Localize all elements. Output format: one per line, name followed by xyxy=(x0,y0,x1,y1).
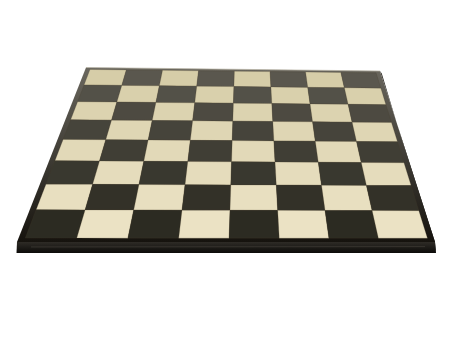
square-h1 xyxy=(372,211,427,239)
square-f8 xyxy=(270,72,308,88)
square-b2 xyxy=(85,184,139,210)
square-d5 xyxy=(190,121,233,141)
square-e8 xyxy=(234,71,271,87)
square-b1 xyxy=(77,210,134,238)
square-h4 xyxy=(357,141,404,162)
square-d1 xyxy=(179,210,230,238)
board-front-edge xyxy=(17,242,437,253)
square-h2 xyxy=(366,185,418,210)
square-g8 xyxy=(306,72,345,88)
square-b4 xyxy=(99,140,148,162)
square-d3 xyxy=(185,162,232,185)
product-photo xyxy=(0,0,450,338)
square-e6 xyxy=(233,103,273,121)
square-c6 xyxy=(152,102,195,120)
square-e2 xyxy=(230,185,278,210)
square-g7 xyxy=(308,87,348,104)
square-e7 xyxy=(233,87,271,104)
squares xyxy=(25,69,427,238)
square-e5 xyxy=(232,121,274,141)
square-f3 xyxy=(275,162,321,185)
square-f1 xyxy=(278,210,329,238)
square-c1 xyxy=(128,210,182,238)
square-a1 xyxy=(25,210,85,238)
square-a7 xyxy=(78,85,122,102)
square-c7 xyxy=(156,86,197,103)
square-a6 xyxy=(71,102,117,120)
square-g6 xyxy=(310,104,352,122)
square-h5 xyxy=(352,122,397,142)
square-h3 xyxy=(361,163,411,186)
square-e1 xyxy=(229,210,279,238)
square-a3 xyxy=(46,161,100,185)
square-a5 xyxy=(63,120,111,140)
square-b6 xyxy=(112,102,156,120)
square-b5 xyxy=(106,120,152,140)
square-d2 xyxy=(182,185,231,211)
square-h7 xyxy=(344,88,386,105)
square-d7 xyxy=(195,86,234,103)
square-a2 xyxy=(36,184,93,210)
square-a4 xyxy=(55,139,106,161)
square-f7 xyxy=(271,87,310,104)
square-f4 xyxy=(274,141,318,162)
square-c2 xyxy=(134,185,185,211)
square-b8 xyxy=(122,70,163,86)
square-e3 xyxy=(231,162,276,185)
square-f6 xyxy=(272,104,313,122)
square-d6 xyxy=(193,103,234,121)
square-c3 xyxy=(139,161,188,184)
square-g5 xyxy=(313,122,357,142)
chess-board xyxy=(0,0,450,338)
square-f5 xyxy=(273,121,315,141)
square-b3 xyxy=(93,161,144,184)
square-c8 xyxy=(159,70,198,86)
square-c4 xyxy=(144,140,191,162)
square-d4 xyxy=(188,140,232,161)
square-h8 xyxy=(341,72,381,88)
square-f2 xyxy=(276,185,325,210)
square-b7 xyxy=(117,85,159,102)
square-c5 xyxy=(148,120,192,140)
square-e4 xyxy=(232,141,275,162)
square-g4 xyxy=(315,141,361,162)
square-h6 xyxy=(348,104,391,122)
square-g3 xyxy=(318,162,366,185)
square-g1 xyxy=(325,210,378,238)
square-d8 xyxy=(197,71,235,87)
square-a8 xyxy=(84,69,126,85)
square-g2 xyxy=(322,185,373,210)
